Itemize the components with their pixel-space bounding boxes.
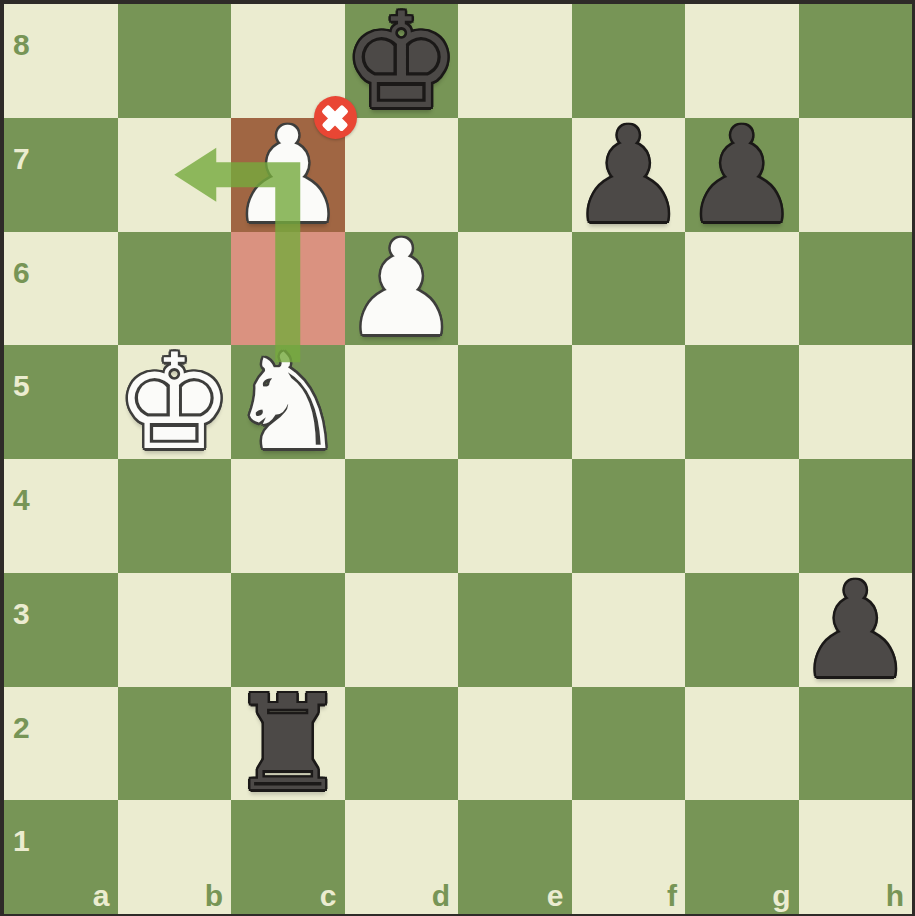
rank-label-1: 1 — [13, 826, 30, 856]
square-f3[interactable] — [572, 573, 686, 687]
square-h7[interactable] — [799, 118, 913, 232]
square-b3[interactable] — [118, 573, 232, 687]
square-f7[interactable]: ♟ — [572, 118, 686, 232]
rank-label-7: 7 — [13, 144, 30, 174]
square-c5[interactable]: ♞ — [231, 345, 345, 459]
file-label-e: e — [547, 881, 564, 911]
square-e5[interactable] — [458, 345, 572, 459]
square-g7[interactable]: ♟ — [685, 118, 799, 232]
square-e2[interactable] — [458, 687, 572, 801]
square-c2[interactable]: ♜ — [231, 687, 345, 801]
rank-label-2: 2 — [13, 713, 30, 743]
square-g5[interactable] — [685, 345, 799, 459]
piece-white-pawn-d6[interactable]: ♟ — [345, 232, 459, 346]
rank-label-3: 3 — [13, 599, 30, 629]
file-label-c: c — [320, 881, 337, 911]
rank-label-6: 6 — [13, 258, 30, 288]
square-e4[interactable] — [458, 459, 572, 573]
square-f5[interactable] — [572, 345, 686, 459]
file-label-a: a — [93, 881, 110, 911]
square-f4[interactable] — [572, 459, 686, 573]
square-h6[interactable] — [799, 232, 913, 346]
square-g1[interactable]: g — [685, 800, 799, 914]
square-b2[interactable] — [118, 687, 232, 801]
piece-black-pawn-f7[interactable]: ♟ — [572, 118, 686, 232]
piece-white-knight-c5[interactable]: ♞ — [231, 345, 345, 459]
square-h5[interactable] — [799, 345, 913, 459]
piece-black-rook-c2[interactable]: ♜ — [231, 687, 345, 801]
square-d2[interactable] — [345, 687, 459, 801]
square-g4[interactable] — [685, 459, 799, 573]
piece-black-pawn-g7[interactable]: ♟ — [685, 118, 799, 232]
file-label-h: h — [886, 881, 904, 911]
square-e6[interactable] — [458, 232, 572, 346]
piece-black-king-d8[interactable]: ♚ — [345, 4, 459, 118]
square-a3[interactable]: 3 — [4, 573, 118, 687]
file-label-d: d — [432, 881, 450, 911]
square-d1[interactable]: d — [345, 800, 459, 914]
piece-white-king-b5[interactable]: ♚ — [118, 345, 232, 459]
chess-board-window: 8♚7♟♟♟6♟5♚♞43♟2♜1abcdefgh — [0, 0, 915, 916]
piece-black-pawn-h3[interactable]: ♟ — [799, 573, 913, 687]
rank-label-8: 8 — [13, 30, 30, 60]
square-g2[interactable] — [685, 687, 799, 801]
square-h8[interactable] — [799, 4, 913, 118]
square-a5[interactable]: 5 — [4, 345, 118, 459]
square-a4[interactable]: 4 — [4, 459, 118, 573]
square-d8[interactable]: ♚ — [345, 4, 459, 118]
rank-label-5: 5 — [13, 371, 30, 401]
square-e8[interactable] — [458, 4, 572, 118]
square-a6[interactable]: 6 — [4, 232, 118, 346]
square-d3[interactable] — [345, 573, 459, 687]
square-f1[interactable]: f — [572, 800, 686, 914]
square-d6[interactable]: ♟ — [345, 232, 459, 346]
file-label-b: b — [205, 881, 223, 911]
square-a2[interactable]: 2 — [4, 687, 118, 801]
file-label-g: g — [772, 881, 790, 911]
square-e3[interactable] — [458, 573, 572, 687]
rank-label-4: 4 — [13, 485, 30, 515]
x-icon — [314, 96, 357, 139]
square-a7[interactable]: 7 — [4, 118, 118, 232]
square-h3[interactable]: ♟ — [799, 573, 913, 687]
chess-board: 8♚7♟♟♟6♟5♚♞43♟2♜1abcdefgh — [4, 4, 912, 914]
square-a8[interactable]: 8 — [4, 4, 118, 118]
square-b7[interactable] — [118, 118, 232, 232]
square-b1[interactable]: b — [118, 800, 232, 914]
wrong-move-badge — [314, 96, 357, 139]
square-b8[interactable] — [118, 4, 232, 118]
square-g3[interactable] — [685, 573, 799, 687]
square-f2[interactable] — [572, 687, 686, 801]
square-e1[interactable]: e — [458, 800, 572, 914]
square-a1[interactable]: 1a — [4, 800, 118, 914]
square-b5[interactable]: ♚ — [118, 345, 232, 459]
file-label-f: f — [667, 881, 677, 911]
square-h1[interactable]: h — [799, 800, 913, 914]
square-e7[interactable] — [458, 118, 572, 232]
square-d4[interactable] — [345, 459, 459, 573]
